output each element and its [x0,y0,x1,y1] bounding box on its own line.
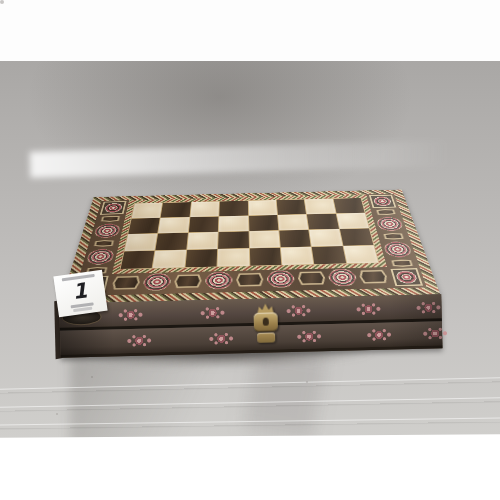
clasp-latch [251,303,280,346]
board-square [190,202,219,217]
photo-white-margin-top [0,0,500,61]
clasp-crown [257,303,273,312]
lot-number: 1 [71,278,88,304]
board-square [249,231,280,248]
floor-speckles [0,0,4,4]
inlay-panel [381,233,406,240]
clasp-keyhole [263,318,269,326]
corner-medallion [390,268,423,286]
board-square [156,233,188,250]
board-square [219,201,247,216]
rosette-medallion [264,269,298,288]
board-square [248,200,277,215]
board-top-face [60,190,440,304]
rosette-medallion [139,272,175,292]
board-square [333,198,364,213]
board-square [278,214,309,230]
board-square [185,249,217,267]
board-square [121,251,155,269]
board-square [307,214,339,230]
game-box [52,133,447,364]
inlay-panel [374,209,398,215]
board-square [249,247,281,265]
board-square [336,213,368,229]
board-square [340,228,374,245]
board-square [132,203,163,218]
inlay-panel [91,240,116,247]
inlay-panel [111,274,141,291]
board-square [128,218,160,234]
lot-tag: 1 [53,270,107,317]
board-square [158,217,189,233]
board-square [279,230,311,247]
board-square [343,245,378,263]
board-square [312,246,346,264]
chess-board [120,198,380,270]
inlay-panel [236,271,263,288]
board-square [218,231,248,248]
board-square [277,200,307,215]
rosette-medallion [202,271,235,291]
corner-medallion [100,201,127,215]
rosette-medallion [374,215,406,233]
inlay-panel [99,216,123,222]
board-square [218,248,249,266]
board-square [125,234,158,251]
board-square [161,202,191,217]
board-square [219,216,248,232]
board-square [249,215,279,231]
rosette-medallion [92,222,123,240]
inlay-panel [358,268,389,285]
floor-shadow [70,352,260,447]
rosette-medallion [324,268,360,287]
photo-white-margin-bottom [0,434,500,500]
board-square [187,232,218,249]
auction-photo: 1 [0,0,500,500]
inlay-panel [174,273,202,290]
box-front-face [59,294,442,357]
clasp-hook [257,332,275,342]
board-square [189,216,219,232]
rosette-medallion [84,247,117,267]
board-square [281,247,314,265]
board-square [305,199,335,214]
board-square [309,229,342,246]
inlay-panel [297,270,326,287]
board-square [153,250,186,268]
rosette-medallion [381,240,415,260]
corner-medallion [369,195,396,208]
